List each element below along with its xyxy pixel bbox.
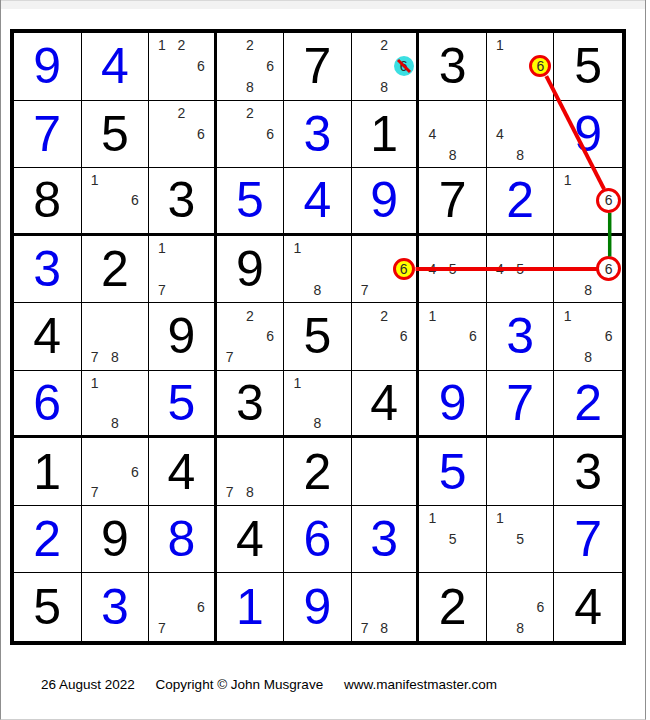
candidate-8: 8 [105, 413, 125, 433]
candidate-7: 7 [220, 347, 240, 368]
empty-candidate-slot [355, 77, 375, 98]
empty-candidate-slot [105, 393, 125, 413]
cell-r8c4[interactable]: 4 [217, 506, 285, 574]
pencil-marks: 267 [220, 305, 281, 368]
empty-candidate-slot [530, 461, 550, 482]
empty-candidate-slot [287, 413, 307, 433]
pencil-marks: 68 [490, 575, 551, 639]
empty-candidate-slot [307, 373, 327, 393]
cell-r8c2[interactable]: 9 [82, 506, 150, 574]
empty-candidate-slot [443, 326, 463, 347]
cell-r5c4[interactable]: 267 [217, 303, 285, 371]
cell-r2c3[interactable]: 26 [149, 101, 217, 169]
empty-candidate-slot [240, 440, 260, 461]
empty-candidate-slot [152, 123, 172, 144]
cell-r3c7[interactable]: 7 [419, 168, 487, 236]
cell-r5c6[interactable]: 26 [352, 303, 420, 371]
cell-r9c1[interactable]: 5 [14, 573, 82, 641]
empty-candidate-slot [510, 238, 530, 259]
empty-candidate-slot [530, 77, 550, 98]
cell-r9c8[interactable]: 68 [487, 573, 555, 641]
empty-candidate-slot [220, 144, 240, 165]
empty-candidate-slot [530, 259, 550, 280]
empty-candidate-slot [578, 170, 599, 190]
candidate-1: 1 [152, 238, 172, 259]
empty-candidate-slot [463, 123, 483, 144]
candidate-1: 1 [422, 305, 442, 326]
pencil-marks: 68 [557, 238, 619, 301]
candidate-5: 5 [510, 259, 530, 280]
empty-candidate-slot [422, 550, 442, 571]
pencil-marks: 78 [220, 440, 281, 503]
empty-candidate-slot [287, 279, 307, 300]
pencil-marks: 126 [152, 35, 211, 98]
solved-digit: 5 [149, 371, 214, 436]
cell-r4c7[interactable]: 45 [419, 236, 487, 304]
cell-r9c9[interactable]: 4 [554, 573, 622, 641]
cell-r4c4[interactable]: 9 [217, 236, 285, 304]
cell-r4c2[interactable]: 2 [82, 236, 150, 304]
cell-r6c8[interactable]: 7 [487, 371, 555, 439]
cell-r7c6[interactable] [352, 438, 420, 506]
cell-r6c1[interactable]: 6 [14, 371, 82, 439]
empty-candidate-slot [490, 550, 510, 571]
empty-candidate-slot [191, 77, 211, 98]
pencil-marks: 67 [85, 440, 146, 503]
empty-candidate-slot [152, 259, 172, 280]
cell-r9c3[interactable]: 67 [149, 573, 217, 641]
cell-r6c7[interactable]: 9 [419, 371, 487, 439]
empty-candidate-slot [105, 210, 125, 230]
cell-r3c5[interactable]: 4 [284, 168, 352, 236]
empty-candidate-slot [490, 482, 510, 503]
pencil-marks: 67 [152, 575, 211, 639]
empty-candidate-slot [510, 461, 530, 482]
empty-candidate-slot [510, 575, 530, 596]
candidate-1: 1 [557, 170, 578, 190]
empty-candidate-slot [530, 508, 550, 529]
empty-candidate-slot [394, 597, 414, 618]
empty-candidate-slot [220, 103, 240, 124]
candidate-4: 4 [490, 259, 510, 280]
cell-r2c2[interactable]: 5 [82, 101, 150, 169]
empty-candidate-slot [355, 461, 375, 482]
candidate-2: 2 [240, 35, 260, 56]
empty-candidate-slot [105, 305, 125, 326]
candidate-8: 8 [307, 279, 327, 300]
pencil-marks: 16 [557, 170, 619, 231]
empty-candidate-slot [105, 461, 125, 482]
cell-r7c8[interactable] [487, 438, 555, 506]
cell-r7c1[interactable]: 1 [14, 438, 82, 506]
pencil-marks: 26 [152, 103, 211, 166]
empty-candidate-slot [394, 77, 414, 98]
empty-candidate-slot [490, 597, 510, 618]
candidate-2: 2 [374, 35, 394, 56]
empty-candidate-slot [355, 597, 375, 618]
candidate-6: 6 [191, 597, 211, 618]
empty-candidate-slot [125, 347, 145, 368]
empty-candidate-slot [557, 259, 578, 280]
cell-r3c2[interactable]: 16 [82, 168, 150, 236]
empty-candidate-slot [307, 238, 327, 259]
cell-r6c6[interactable]: 4 [352, 371, 420, 439]
cell-r5c1[interactable]: 4 [14, 303, 82, 371]
candidate-6: 6 [598, 326, 619, 347]
cell-r8c6[interactable]: 3 [352, 506, 420, 574]
empty-candidate-slot [490, 461, 510, 482]
candidate-6: 6 [394, 326, 414, 347]
cell-r1c7[interactable]: 3 [419, 33, 487, 101]
cell-r7c3[interactable]: 4 [149, 438, 217, 506]
cell-r5c2[interactable]: 78 [82, 303, 150, 371]
cell-r5c8[interactable]: 3 [487, 303, 555, 371]
empty-candidate-slot [355, 238, 375, 259]
cell-r2c4[interactable]: 26 [217, 101, 285, 169]
candidate-7: 7 [152, 279, 172, 300]
empty-candidate-slot [443, 103, 463, 124]
cell-r7c7[interactable]: 5 [419, 438, 487, 506]
empty-candidate-slot [287, 259, 307, 280]
empty-candidate-slot [172, 259, 192, 280]
empty-candidate-slot [240, 347, 260, 368]
empty-candidate-slot [490, 144, 510, 165]
cell-r8c1[interactable]: 2 [14, 506, 82, 574]
pencil-marks [490, 440, 551, 503]
candidate-8: 8 [374, 77, 394, 98]
empty-candidate-slot [328, 373, 348, 393]
empty-candidate-slot [220, 35, 240, 56]
empty-candidate-slot [394, 305, 414, 326]
empty-candidate-slot [530, 279, 550, 300]
candidate-5: 5 [510, 529, 530, 550]
empty-candidate-slot [578, 305, 599, 326]
empty-candidate-slot [220, 326, 240, 347]
cell-r7c9[interactable]: 3 [554, 438, 622, 506]
solved-digit: 9 [419, 371, 486, 436]
cell-r3c3[interactable]: 3 [149, 168, 217, 236]
candidate-7: 7 [355, 279, 375, 300]
sudoku-board: 9412626872683165752626314848981635497216… [10, 29, 626, 645]
pencil-marks: 45 [490, 238, 551, 301]
cell-r3c6[interactable]: 9 [352, 168, 420, 236]
cell-r8c9[interactable]: 7 [554, 506, 622, 574]
eliminated-candidate-r1c6: 6 [394, 56, 414, 77]
cell-r8c3[interactable]: 8 [149, 506, 217, 574]
cell-r2c5[interactable]: 3 [284, 101, 352, 169]
empty-candidate-slot [172, 597, 192, 618]
solved-digit: 9 [352, 168, 417, 233]
given-digit: 7 [419, 168, 486, 233]
candidate-4: 4 [422, 123, 442, 144]
empty-candidate-slot [510, 508, 530, 529]
empty-candidate-slot [598, 170, 619, 190]
pencil-marks: 17 [152, 238, 211, 301]
candidate-8: 8 [307, 413, 327, 433]
empty-candidate-slot [125, 482, 145, 503]
cell-r1c2[interactable]: 4 [82, 33, 150, 101]
given-digit: 5 [82, 101, 149, 168]
cell-r2c1[interactable]: 7 [14, 101, 82, 169]
candidate-1: 1 [287, 238, 307, 259]
empty-candidate-slot [443, 550, 463, 571]
empty-candidate-slot [355, 482, 375, 503]
cell-r4c6[interactable]: 67 [352, 236, 420, 304]
cell-r1c4[interactable]: 268 [217, 33, 285, 101]
cell-r4c1[interactable]: 3 [14, 236, 82, 304]
cell-r4c3[interactable]: 17 [149, 236, 217, 304]
cell-r6c3[interactable]: 5 [149, 371, 217, 439]
candidate-2: 2 [240, 103, 260, 124]
candidate-6: 6 [125, 190, 145, 210]
candidate-8: 8 [240, 482, 260, 503]
footer-url[interactable]: www.manifestmaster.com [344, 677, 497, 692]
cell-r6c4[interactable]: 3 [217, 371, 285, 439]
cell-r6c2[interactable]: 18 [82, 371, 150, 439]
empty-candidate-slot [260, 440, 280, 461]
cell-r5c5[interactable]: 5 [284, 303, 352, 371]
empty-candidate-slot [355, 440, 375, 461]
empty-candidate-slot [598, 279, 619, 300]
empty-candidate-slot [355, 35, 375, 56]
empty-candidate-slot [463, 103, 483, 124]
chain-node-yellow-r1c8: 6 [530, 56, 550, 77]
pencil-marks: 78 [85, 305, 146, 368]
candidate-6: 6 [260, 56, 280, 77]
given-digit: 9 [149, 303, 214, 370]
empty-candidate-slot [172, 238, 192, 259]
cell-r9c7[interactable]: 2 [419, 573, 487, 641]
candidate-7: 7 [85, 482, 105, 503]
cell-r2c8[interactable]: 48 [487, 101, 555, 169]
cell-r4c8[interactable]: 45 [487, 236, 555, 304]
cell-r1c8[interactable]: 16 [487, 33, 555, 101]
pencil-marks: 18 [287, 373, 348, 434]
pencil-marks: 48 [422, 103, 483, 166]
empty-candidate-slot [172, 77, 192, 98]
empty-candidate-slot [530, 238, 550, 259]
empty-candidate-slot [355, 326, 375, 347]
empty-candidate-slot [422, 279, 442, 300]
empty-candidate-slot [490, 77, 510, 98]
empty-candidate-slot [220, 56, 240, 77]
candidate-2: 2 [172, 35, 192, 56]
empty-candidate-slot [394, 461, 414, 482]
cell-r4c9[interactable]: 68 [554, 236, 622, 304]
empty-candidate-slot [85, 190, 105, 210]
empty-candidate-slot [374, 56, 394, 77]
cell-r5c3[interactable]: 9 [149, 303, 217, 371]
pencil-marks: 15 [490, 508, 551, 571]
candidate-4: 4 [422, 259, 442, 280]
empty-candidate-slot [191, 238, 211, 259]
footer-date: 26 August 2022 [41, 677, 135, 692]
solved-digit: 5 [217, 168, 284, 233]
empty-candidate-slot [443, 508, 463, 529]
cell-r8c8[interactable]: 15 [487, 506, 555, 574]
empty-candidate-slot [490, 56, 510, 77]
solved-digit: 3 [352, 506, 417, 573]
empty-candidate-slot [355, 575, 375, 596]
empty-candidate-slot [510, 550, 530, 571]
empty-candidate-slot [172, 56, 192, 77]
given-digit: 3 [419, 33, 486, 100]
cell-r8c5[interactable]: 6 [284, 506, 352, 574]
candidate-8: 8 [510, 144, 530, 165]
cell-r9c2[interactable]: 3 [82, 573, 150, 641]
empty-candidate-slot [490, 238, 510, 259]
cell-r1c9[interactable]: 5 [554, 33, 622, 101]
empty-candidate-slot [463, 347, 483, 368]
empty-candidate-slot [191, 35, 211, 56]
cell-r1c6[interactable]: 268 [352, 33, 420, 101]
candidate-8: 8 [105, 347, 125, 368]
empty-candidate-slot [328, 393, 348, 413]
empty-candidate-slot [557, 279, 578, 300]
candidate-1: 1 [287, 373, 307, 393]
cell-r6c5[interactable]: 18 [284, 371, 352, 439]
candidate-7: 7 [152, 618, 172, 639]
cell-r2c9[interactable]: 9 [554, 101, 622, 169]
cell-r2c6[interactable]: 1 [352, 101, 420, 169]
empty-candidate-slot [530, 575, 550, 596]
solved-digit: 2 [487, 168, 554, 233]
pencil-marks [355, 440, 414, 503]
cell-r1c5[interactable]: 7 [284, 33, 352, 101]
solved-digit: 6 [14, 371, 81, 436]
empty-candidate-slot [443, 123, 463, 144]
empty-candidate-slot [374, 347, 394, 368]
candidate-6: 6 [463, 326, 483, 347]
empty-candidate-slot [172, 144, 192, 165]
empty-candidate-slot [490, 279, 510, 300]
cell-r3c9[interactable]: 16 [554, 168, 622, 236]
cell-r4c5[interactable]: 18 [284, 236, 352, 304]
candidate-8: 8 [578, 347, 599, 368]
solved-digit: 5 [419, 438, 486, 505]
solved-digit: 4 [284, 168, 351, 233]
empty-candidate-slot [530, 440, 550, 461]
empty-candidate-slot [152, 56, 172, 77]
empty-candidate-slot [530, 35, 550, 56]
empty-candidate-slot [443, 347, 463, 368]
pencil-marks: 168 [557, 305, 619, 368]
empty-candidate-slot [152, 597, 172, 618]
empty-candidate-slot [191, 575, 211, 596]
empty-candidate-slot [490, 440, 510, 461]
cell-r7c5[interactable]: 2 [284, 438, 352, 506]
empty-candidate-slot [374, 597, 394, 618]
solved-digit: 3 [284, 101, 351, 168]
given-digit: 5 [284, 303, 351, 370]
cell-r1c1[interactable]: 9 [14, 33, 82, 101]
solved-digit: 7 [14, 101, 81, 168]
empty-candidate-slot [463, 529, 483, 550]
candidate-8: 8 [510, 618, 530, 639]
solved-digit: 2 [14, 506, 81, 573]
empty-candidate-slot [374, 482, 394, 503]
given-digit: 4 [217, 506, 284, 573]
empty-candidate-slot [463, 238, 483, 259]
empty-candidate-slot [240, 326, 260, 347]
empty-candidate-slot [85, 440, 105, 461]
empty-candidate-slot [598, 238, 619, 259]
solved-digit: 3 [487, 303, 554, 370]
empty-candidate-slot [557, 210, 578, 230]
empty-candidate-slot [510, 103, 530, 124]
cell-r2c7[interactable]: 48 [419, 101, 487, 169]
solved-digit: 9 [14, 33, 81, 100]
empty-candidate-slot [530, 103, 550, 124]
chain-node-open-r3c9: 6 [598, 190, 619, 210]
candidate-1: 1 [422, 508, 442, 529]
candidate-6: 6 [260, 326, 280, 347]
empty-candidate-slot [240, 123, 260, 144]
cell-r1c3[interactable]: 126 [149, 33, 217, 101]
solved-digit: 1 [217, 573, 284, 641]
candidate-7: 7 [220, 482, 240, 503]
solved-digit: 8 [149, 506, 214, 573]
given-digit: 7 [284, 33, 351, 100]
candidate-2: 2 [374, 305, 394, 326]
empty-candidate-slot [510, 77, 530, 98]
cell-r5c9[interactable]: 168 [554, 303, 622, 371]
empty-candidate-slot [490, 575, 510, 596]
empty-candidate-slot [374, 238, 394, 259]
cell-r9c6[interactable]: 78 [352, 573, 420, 641]
given-digit: 4 [14, 303, 81, 370]
empty-candidate-slot [172, 575, 192, 596]
solved-digit: 3 [82, 573, 149, 641]
solved-digit: 7 [554, 506, 622, 573]
pencil-marks: 18 [85, 373, 146, 434]
empty-candidate-slot [510, 123, 530, 144]
given-digit: 4 [149, 438, 214, 505]
empty-candidate-slot [463, 144, 483, 165]
empty-candidate-slot [578, 259, 599, 280]
cell-r3c1[interactable]: 8 [14, 168, 82, 236]
empty-candidate-slot [510, 482, 530, 503]
given-digit: 9 [82, 506, 149, 573]
cell-r9c5[interactable]: 9 [284, 573, 352, 641]
empty-candidate-slot [328, 259, 348, 280]
cell-r5c7[interactable]: 16 [419, 303, 487, 371]
empty-candidate-slot [328, 279, 348, 300]
empty-candidate-slot [510, 35, 530, 56]
given-digit: 4 [554, 573, 622, 641]
empty-candidate-slot [85, 326, 105, 347]
empty-candidate-slot [105, 373, 125, 393]
empty-candidate-slot [125, 373, 145, 393]
empty-candidate-slot [422, 144, 442, 165]
empty-candidate-slot [191, 259, 211, 280]
empty-candidate-slot [374, 279, 394, 300]
empty-candidate-slot [85, 393, 105, 413]
candidate-2: 2 [240, 305, 260, 326]
cell-r7c4[interactable]: 78 [217, 438, 285, 506]
cell-r3c4[interactable]: 5 [217, 168, 285, 236]
cell-r3c8[interactable]: 2 [487, 168, 555, 236]
empty-candidate-slot [530, 618, 550, 639]
empty-candidate-slot [374, 326, 394, 347]
cell-r6c9[interactable]: 2 [554, 371, 622, 439]
empty-candidate-slot [490, 618, 510, 639]
pencil-marks: 18 [287, 238, 348, 301]
empty-candidate-slot [240, 56, 260, 77]
cell-r9c4[interactable]: 1 [217, 573, 285, 641]
cell-r8c7[interactable]: 15 [419, 506, 487, 574]
cell-r7c2[interactable]: 67 [82, 438, 150, 506]
